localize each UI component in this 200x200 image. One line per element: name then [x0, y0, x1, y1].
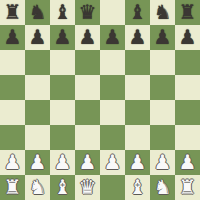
square-g4[interactable]: [150, 100, 175, 125]
square-f6[interactable]: [125, 50, 150, 75]
square-b1[interactable]: ♞: [25, 175, 50, 200]
white-knight[interactable]: ♞: [29, 175, 47, 200]
square-c7[interactable]: ♟: [50, 25, 75, 50]
white-pawn[interactable]: ♟: [104, 150, 122, 175]
square-e6[interactable]: [100, 50, 125, 75]
square-b2[interactable]: ♟: [25, 150, 50, 175]
square-h2[interactable]: ♟: [175, 150, 200, 175]
square-f5[interactable]: [125, 75, 150, 100]
square-h4[interactable]: [175, 100, 200, 125]
square-e3[interactable]: [100, 125, 125, 150]
square-a3[interactable]: [0, 125, 25, 150]
square-d4[interactable]: [75, 100, 100, 125]
square-c3[interactable]: [50, 125, 75, 150]
square-g1[interactable]: ♞: [150, 175, 175, 200]
black-pawn[interactable]: ♟: [29, 25, 47, 50]
square-h3[interactable]: [175, 125, 200, 150]
white-pawn[interactable]: ♟: [79, 150, 97, 175]
square-e1[interactable]: [100, 175, 125, 200]
black-rook[interactable]: ♜: [4, 0, 22, 25]
square-b4[interactable]: [25, 100, 50, 125]
black-pawn[interactable]: ♟: [179, 25, 197, 50]
black-knight[interactable]: ♞: [154, 0, 172, 25]
square-b6[interactable]: [25, 50, 50, 75]
square-e4[interactable]: [100, 100, 125, 125]
square-a2[interactable]: ♟: [0, 150, 25, 175]
white-knight[interactable]: ♞: [154, 175, 172, 200]
white-pawn[interactable]: ♟: [4, 150, 22, 175]
square-c1[interactable]: ♝: [50, 175, 75, 200]
square-a8[interactable]: ♜: [0, 0, 25, 25]
square-g2[interactable]: ♟: [150, 150, 175, 175]
square-e2[interactable]: ♟: [100, 150, 125, 175]
square-h5[interactable]: [175, 75, 200, 100]
black-pawn[interactable]: ♟: [4, 25, 22, 50]
square-g3[interactable]: [150, 125, 175, 150]
black-pawn[interactable]: ♟: [154, 25, 172, 50]
square-d1[interactable]: ♛: [75, 175, 100, 200]
black-pawn[interactable]: ♟: [79, 25, 97, 50]
square-h1[interactable]: ♜: [175, 175, 200, 200]
black-queen[interactable]: ♛: [79, 0, 97, 25]
square-c6[interactable]: [50, 50, 75, 75]
square-f7[interactable]: ♟: [125, 25, 150, 50]
square-h8[interactable]: ♜: [175, 0, 200, 25]
square-d2[interactable]: ♟: [75, 150, 100, 175]
white-pawn[interactable]: ♟: [54, 150, 72, 175]
square-g5[interactable]: [150, 75, 175, 100]
square-a6[interactable]: [0, 50, 25, 75]
black-knight[interactable]: ♞: [29, 0, 47, 25]
white-pawn[interactable]: ♟: [129, 150, 147, 175]
square-h6[interactable]: [175, 50, 200, 75]
square-e5[interactable]: [100, 75, 125, 100]
square-a4[interactable]: [0, 100, 25, 125]
square-d7[interactable]: ♟: [75, 25, 100, 50]
square-f8[interactable]: ♝: [125, 0, 150, 25]
square-b3[interactable]: [25, 125, 50, 150]
chess-board: ♜♞♝♛♝♞♜♟♟♟♟♟♟♟♟♟♟♟♟♟♟♟♟♜♞♝♛♝♞♜: [0, 0, 200, 200]
square-f3[interactable]: [125, 125, 150, 150]
square-e8[interactable]: [100, 0, 125, 25]
square-g6[interactable]: [150, 50, 175, 75]
square-c8[interactable]: ♝: [50, 0, 75, 25]
square-f4[interactable]: [125, 100, 150, 125]
square-b5[interactable]: [25, 75, 50, 100]
square-a5[interactable]: [0, 75, 25, 100]
black-rook[interactable]: ♜: [179, 0, 197, 25]
square-c5[interactable]: [50, 75, 75, 100]
white-pawn[interactable]: ♟: [29, 150, 47, 175]
square-f2[interactable]: ♟: [125, 150, 150, 175]
square-d6[interactable]: [75, 50, 100, 75]
white-pawn[interactable]: ♟: [154, 150, 172, 175]
square-g8[interactable]: ♞: [150, 0, 175, 25]
square-a1[interactable]: ♜: [0, 175, 25, 200]
white-rook[interactable]: ♜: [4, 175, 22, 200]
square-c4[interactable]: [50, 100, 75, 125]
square-e7[interactable]: ♟: [100, 25, 125, 50]
black-pawn[interactable]: ♟: [104, 25, 122, 50]
black-pawn[interactable]: ♟: [54, 25, 72, 50]
square-h7[interactable]: ♟: [175, 25, 200, 50]
white-queen[interactable]: ♛: [79, 175, 97, 200]
square-b8[interactable]: ♞: [25, 0, 50, 25]
black-pawn[interactable]: ♟: [129, 25, 147, 50]
square-d3[interactable]: [75, 125, 100, 150]
square-f1[interactable]: ♝: [125, 175, 150, 200]
white-pawn[interactable]: ♟: [179, 150, 197, 175]
square-c2[interactable]: ♟: [50, 150, 75, 175]
square-b7[interactable]: ♟: [25, 25, 50, 50]
white-bishop[interactable]: ♝: [129, 175, 147, 200]
white-rook[interactable]: ♜: [179, 175, 197, 200]
black-bishop[interactable]: ♝: [54, 0, 72, 25]
square-d5[interactable]: [75, 75, 100, 100]
square-d8[interactable]: ♛: [75, 0, 100, 25]
square-a7[interactable]: ♟: [0, 25, 25, 50]
white-bishop[interactable]: ♝: [54, 175, 72, 200]
black-bishop[interactable]: ♝: [129, 0, 147, 25]
square-g7[interactable]: ♟: [150, 25, 175, 50]
